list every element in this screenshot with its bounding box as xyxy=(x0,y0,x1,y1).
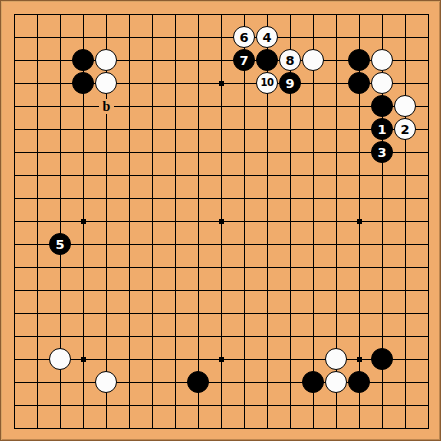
move-1-stone-black-r14: 1 xyxy=(371,118,393,140)
move-number: 6 xyxy=(239,30,248,43)
stone-white-e17 xyxy=(95,49,117,71)
stone-white-r16 xyxy=(371,72,393,94)
stone-white-r17 xyxy=(371,49,393,71)
move-4-stone-white-m18: 4 xyxy=(256,26,278,48)
stone-white-e3 xyxy=(95,371,117,393)
stone-white-e16 xyxy=(95,72,117,94)
stone-white-o17 xyxy=(302,49,324,71)
hoshi-point-k4 xyxy=(219,357,224,362)
stone-white-s15 xyxy=(394,95,416,117)
move-2-stone-white-s14: 2 xyxy=(394,118,416,140)
stone-black-d16 xyxy=(72,72,94,94)
move-number: 9 xyxy=(285,76,294,89)
stone-black-m17 xyxy=(256,49,278,71)
hoshi-point-d4 xyxy=(81,357,86,362)
move-10-stone-white-m16: 10 xyxy=(256,72,278,94)
stone-white-p3 xyxy=(325,371,347,393)
move-6-stone-white-l18: 6 xyxy=(233,26,255,48)
move-number: 1 xyxy=(377,122,386,135)
stone-black-d17 xyxy=(72,49,94,71)
stone-white-p4 xyxy=(325,348,347,370)
move-number: 8 xyxy=(285,53,294,66)
move-number: 3 xyxy=(377,145,386,158)
point-label-b: b xyxy=(99,99,114,114)
stone-black-o3 xyxy=(302,371,324,393)
move-9-stone-black-n16: 9 xyxy=(279,72,301,94)
move-number: 7 xyxy=(239,53,248,66)
stone-black-r4 xyxy=(371,348,393,370)
move-8-stone-white-n17: 8 xyxy=(279,49,301,71)
hoshi-point-k10 xyxy=(219,219,224,224)
stone-black-r15 xyxy=(371,95,393,117)
hoshi-point-d10 xyxy=(81,219,86,224)
go-board: b64781091235 xyxy=(0,0,441,441)
move-number: 2 xyxy=(400,122,409,135)
move-5-stone-black-c9: 5 xyxy=(49,233,71,255)
stone-black-q17 xyxy=(348,49,370,71)
stone-black-q16 xyxy=(348,72,370,94)
move-number: 4 xyxy=(262,30,271,43)
move-number: 10 xyxy=(261,78,274,88)
stone-black-q3 xyxy=(348,371,370,393)
stone-black-j3 xyxy=(187,371,209,393)
hoshi-point-k16 xyxy=(219,81,224,86)
move-number: 5 xyxy=(55,237,64,250)
hoshi-point-q10 xyxy=(357,219,362,224)
move-7-stone-black-l17: 7 xyxy=(233,49,255,71)
move-3-stone-black-r13: 3 xyxy=(371,141,393,163)
stone-white-c4 xyxy=(49,348,71,370)
hoshi-point-q4 xyxy=(357,357,362,362)
